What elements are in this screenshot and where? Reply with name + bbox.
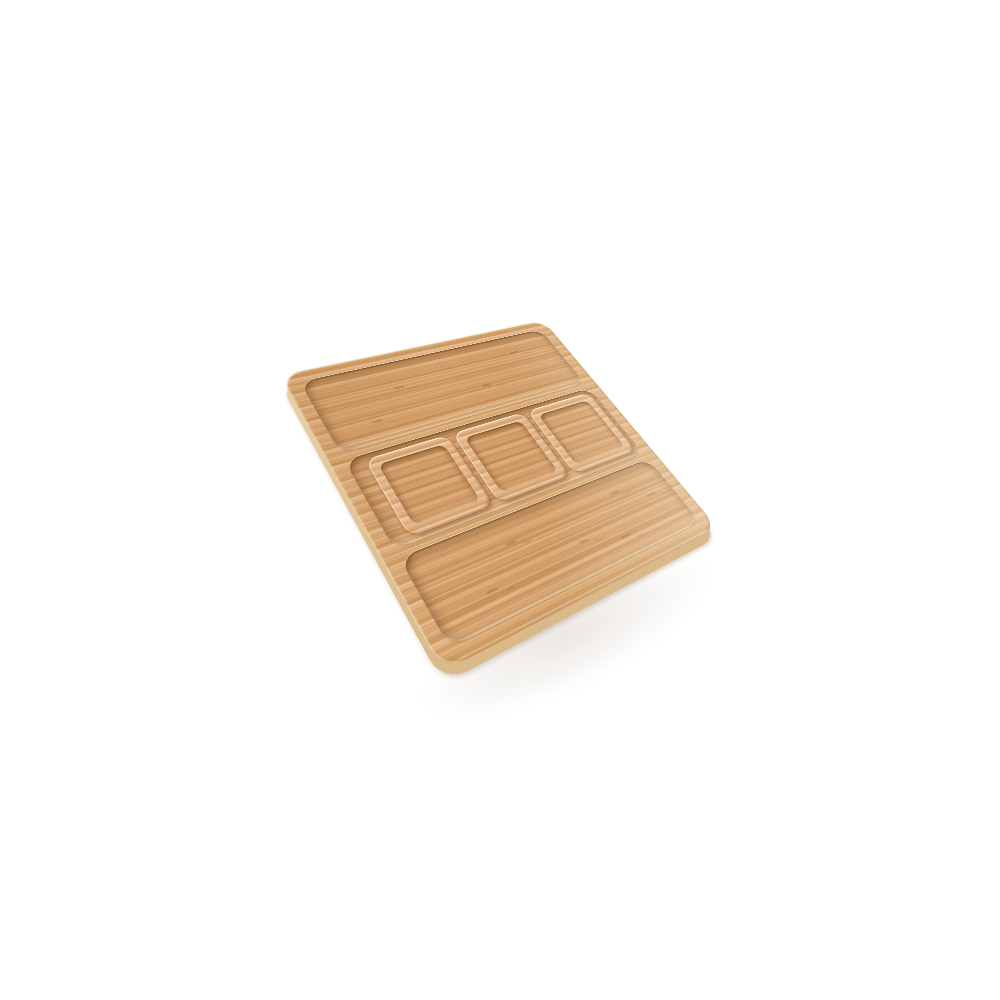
bamboo-knot <box>509 351 518 355</box>
bamboo-knot <box>579 538 590 545</box>
bamboo-knot <box>371 419 383 424</box>
bamboo-knot <box>621 533 631 539</box>
bamboo-knot <box>505 539 517 546</box>
bamboo-knot <box>394 385 405 389</box>
bamboo-knot <box>647 491 656 496</box>
small-dish-1-floor <box>378 444 480 525</box>
bamboo-knot <box>482 383 492 387</box>
bamboo-knot <box>486 587 499 595</box>
product-photo-stage <box>0 0 1000 1000</box>
bamboo-knot <box>610 490 620 496</box>
